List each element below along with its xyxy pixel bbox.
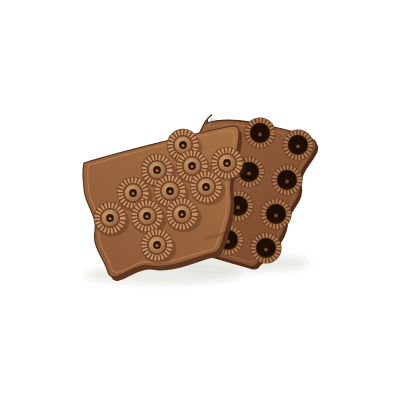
product-photo-stage: silikomart bbox=[0, 0, 400, 400]
mould-hole bbox=[260, 198, 291, 229]
chocolate-mould-photo: silikomart bbox=[0, 0, 400, 400]
mould-hole bbox=[250, 232, 281, 263]
mould-hole bbox=[271, 164, 302, 195]
mould-hole bbox=[244, 117, 275, 148]
mould-hole bbox=[282, 129, 313, 160]
